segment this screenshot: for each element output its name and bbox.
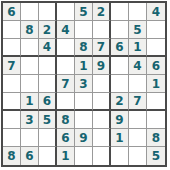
cell-r6c3: 6 xyxy=(39,93,57,111)
cell-r1c2[interactable] xyxy=(21,3,39,21)
cell-r5c4: 7 xyxy=(57,75,75,93)
cell-r5c8[interactable] xyxy=(129,75,147,93)
cell-r7c2: 3 xyxy=(21,111,39,129)
cell-r6c9[interactable] xyxy=(147,93,165,111)
cell-r3c2[interactable] xyxy=(21,39,39,57)
cell-r9c1: 8 xyxy=(3,147,21,165)
cell-r4c8: 4 xyxy=(129,57,147,75)
cell-r2c1[interactable] xyxy=(3,21,21,39)
cell-r6c4[interactable] xyxy=(57,93,75,111)
cell-r1c1: 6 xyxy=(3,3,21,21)
cell-r7c4: 8 xyxy=(57,111,75,129)
cell-r8c9: 8 xyxy=(147,129,165,147)
cell-r6c6[interactable] xyxy=(93,93,111,111)
cell-r5c9: 1 xyxy=(147,75,165,93)
cell-r5c6[interactable] xyxy=(93,75,111,93)
cell-r7c9[interactable] xyxy=(147,111,165,129)
cell-r7c1[interactable] xyxy=(3,111,21,129)
cell-r9c4: 1 xyxy=(57,147,75,165)
cell-r4c9: 6 xyxy=(147,57,165,75)
cell-r7c8[interactable] xyxy=(129,111,147,129)
cell-r8c8[interactable] xyxy=(129,129,147,147)
cell-r3c6: 7 xyxy=(93,39,111,57)
cell-r3c3: 4 xyxy=(39,39,57,57)
cell-r3c8: 1 xyxy=(129,39,147,57)
cell-r4c1: 7 xyxy=(3,57,21,75)
cell-r5c1[interactable] xyxy=(3,75,21,93)
cell-r1c9: 4 xyxy=(147,3,165,21)
cell-r7c7: 9 xyxy=(111,111,129,129)
cell-r8c4: 6 xyxy=(57,129,75,147)
cell-r4c4[interactable] xyxy=(57,57,75,75)
cell-r6c7: 2 xyxy=(111,93,129,111)
cell-r4c2[interactable] xyxy=(21,57,39,75)
cell-r8c1[interactable] xyxy=(3,129,21,147)
cell-r1c8[interactable] xyxy=(129,3,147,21)
cell-r1c5: 5 xyxy=(75,3,93,21)
sudoku-board: 6524824548761719467311627358969188615 xyxy=(1,1,167,167)
cell-r2c7[interactable] xyxy=(111,21,129,39)
cell-r3c4[interactable] xyxy=(57,39,75,57)
cell-r9c2: 6 xyxy=(21,147,39,165)
cell-r6c5[interactable] xyxy=(75,93,93,111)
cell-r8c2[interactable] xyxy=(21,129,39,147)
cell-r4c3[interactable] xyxy=(39,57,57,75)
cell-r7c5[interactable] xyxy=(75,111,93,129)
cell-r7c3: 5 xyxy=(39,111,57,129)
cell-r2c4: 4 xyxy=(57,21,75,39)
cell-r2c2: 8 xyxy=(21,21,39,39)
cell-r8c7: 1 xyxy=(111,129,129,147)
cell-r2c3: 2 xyxy=(39,21,57,39)
cell-r4c6: 9 xyxy=(93,57,111,75)
cell-r2c9[interactable] xyxy=(147,21,165,39)
cell-r8c5: 9 xyxy=(75,129,93,147)
cell-r4c7[interactable] xyxy=(111,57,129,75)
cell-r6c1[interactable] xyxy=(3,93,21,111)
cell-r5c7[interactable] xyxy=(111,75,129,93)
cell-r2c5[interactable] xyxy=(75,21,93,39)
cell-r9c5[interactable] xyxy=(75,147,93,165)
cell-r5c2[interactable] xyxy=(21,75,39,93)
cell-r1c6: 2 xyxy=(93,3,111,21)
cell-r9c6[interactable] xyxy=(93,147,111,165)
cell-r4c5: 1 xyxy=(75,57,93,75)
cell-r6c8: 7 xyxy=(129,93,147,111)
cell-r9c7[interactable] xyxy=(111,147,129,165)
cell-r2c8: 5 xyxy=(129,21,147,39)
cell-r8c6[interactable] xyxy=(93,129,111,147)
cell-r9c3[interactable] xyxy=(39,147,57,165)
cell-r7c6[interactable] xyxy=(93,111,111,129)
cell-r2c6[interactable] xyxy=(93,21,111,39)
cell-r3c5: 8 xyxy=(75,39,93,57)
cell-r3c9[interactable] xyxy=(147,39,165,57)
cell-r9c9: 5 xyxy=(147,147,165,165)
cell-r9c8[interactable] xyxy=(129,147,147,165)
cell-r1c3[interactable] xyxy=(39,3,57,21)
cell-r3c7: 6 xyxy=(111,39,129,57)
cell-r5c3[interactable] xyxy=(39,75,57,93)
cell-r1c7[interactable] xyxy=(111,3,129,21)
cell-r8c3[interactable] xyxy=(39,129,57,147)
cell-r3c1[interactable] xyxy=(3,39,21,57)
cell-r6c2: 1 xyxy=(21,93,39,111)
cell-r5c5: 3 xyxy=(75,75,93,93)
cell-r1c4[interactable] xyxy=(57,3,75,21)
